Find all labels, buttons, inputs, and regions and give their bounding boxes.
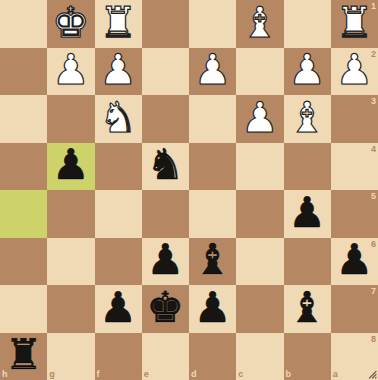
- square-d4[interactable]: [189, 143, 236, 191]
- square-g6[interactable]: [47, 238, 94, 286]
- square-g8[interactable]: g: [47, 333, 94, 380]
- black-rook[interactable]: ♜: [0, 332, 47, 380]
- square-c7[interactable]: [236, 285, 283, 333]
- black-bishop[interactable]: ♝: [284, 284, 331, 332]
- file-label-b: b: [286, 370, 292, 379]
- square-b4[interactable]: [284, 143, 331, 191]
- square-g4[interactable]: ♟: [47, 143, 94, 191]
- black-pawn[interactable]: ♟: [95, 284, 142, 332]
- square-c8[interactable]: c: [236, 333, 283, 380]
- square-c5[interactable]: [236, 190, 283, 238]
- square-e2[interactable]: [142, 48, 189, 96]
- square-d5[interactable]: [189, 190, 236, 238]
- square-a4[interactable]: 4: [331, 143, 378, 191]
- square-h4[interactable]: [0, 143, 47, 191]
- square-d8[interactable]: d: [189, 333, 236, 380]
- white-pawn[interactable]: ♟: [189, 47, 236, 95]
- file-label-g: g: [49, 370, 55, 379]
- square-a6[interactable]: ♟6: [331, 238, 378, 286]
- white-pawn[interactable]: ♟: [47, 47, 94, 95]
- rank-label-5: 5: [371, 192, 376, 201]
- square-e7[interactable]: ♚: [142, 285, 189, 333]
- black-pawn[interactable]: ♟: [142, 237, 189, 285]
- square-h5[interactable]: [0, 190, 47, 238]
- square-d3[interactable]: [189, 95, 236, 143]
- white-rook[interactable]: ♜: [95, 0, 142, 47]
- square-a7[interactable]: 7: [331, 285, 378, 333]
- square-g7[interactable]: [47, 285, 94, 333]
- square-d6[interactable]: ♝: [189, 238, 236, 286]
- square-a3[interactable]: 3: [331, 95, 378, 143]
- square-h1[interactable]: [0, 0, 47, 48]
- rank-label-7: 7: [371, 287, 376, 296]
- square-a5[interactable]: 5: [331, 190, 378, 238]
- black-knight[interactable]: ♞: [142, 142, 189, 190]
- square-h8[interactable]: ♜h: [0, 333, 47, 380]
- square-b2[interactable]: ♟: [284, 48, 331, 96]
- square-c4[interactable]: [236, 143, 283, 191]
- square-e8[interactable]: e: [142, 333, 189, 380]
- square-g5[interactable]: [47, 190, 94, 238]
- square-a1[interactable]: ♜1: [331, 0, 378, 48]
- square-d7[interactable]: ♟: [189, 285, 236, 333]
- square-g2[interactable]: ♟: [47, 48, 94, 96]
- square-e5[interactable]: [142, 190, 189, 238]
- black-pawn[interactable]: ♟: [47, 142, 94, 190]
- square-f4[interactable]: [95, 143, 142, 191]
- square-f5[interactable]: [95, 190, 142, 238]
- square-f7[interactable]: ♟: [95, 285, 142, 333]
- square-b6[interactable]: [284, 238, 331, 286]
- white-pawn[interactable]: ♟: [284, 47, 331, 95]
- file-label-d: d: [191, 370, 197, 379]
- square-e1[interactable]: [142, 0, 189, 48]
- square-b8[interactable]: b: [284, 333, 331, 380]
- white-king[interactable]: ♚: [47, 0, 94, 47]
- square-b7[interactable]: ♝: [284, 285, 331, 333]
- square-d2[interactable]: ♟: [189, 48, 236, 96]
- rank-label-3: 3: [371, 97, 376, 106]
- rank-label-8: 8: [371, 335, 376, 344]
- square-h2[interactable]: [0, 48, 47, 96]
- chess-board[interactable]: ♚♜♝♜1♟♟♟♟♟2♞♟♝3♟♞4♟5♟♝♟6♟♚♟♝7♜hgfedcb8a: [0, 0, 378, 380]
- square-d1[interactable]: [189, 0, 236, 48]
- square-f1[interactable]: ♜: [95, 0, 142, 48]
- file-label-c: c: [238, 370, 243, 379]
- file-label-e: e: [144, 370, 149, 379]
- square-g1[interactable]: ♚: [47, 0, 94, 48]
- square-h7[interactable]: [0, 285, 47, 333]
- black-pawn[interactable]: ♟: [189, 284, 236, 332]
- white-pawn[interactable]: ♟: [331, 47, 378, 95]
- black-bishop[interactable]: ♝: [189, 237, 236, 285]
- square-f2[interactable]: ♟: [95, 48, 142, 96]
- square-b1[interactable]: [284, 0, 331, 48]
- square-b5[interactable]: ♟: [284, 190, 331, 238]
- white-bishop[interactable]: ♝: [236, 0, 283, 47]
- square-e4[interactable]: ♞: [142, 143, 189, 191]
- square-g3[interactable]: [47, 95, 94, 143]
- white-knight[interactable]: ♞: [95, 94, 142, 142]
- square-h3[interactable]: [0, 95, 47, 143]
- black-king[interactable]: ♚: [142, 284, 189, 332]
- square-c2[interactable]: [236, 48, 283, 96]
- file-label-a: a: [333, 370, 338, 379]
- white-bishop[interactable]: ♝: [284, 94, 331, 142]
- square-a2[interactable]: ♟2: [331, 48, 378, 96]
- square-c3[interactable]: ♟: [236, 95, 283, 143]
- square-c1[interactable]: ♝: [236, 0, 283, 48]
- white-pawn[interactable]: ♟: [95, 47, 142, 95]
- square-e3[interactable]: [142, 95, 189, 143]
- square-e6[interactable]: ♟: [142, 238, 189, 286]
- black-pawn[interactable]: ♟: [331, 237, 378, 285]
- square-f8[interactable]: f: [95, 333, 142, 380]
- square-b3[interactable]: ♝: [284, 95, 331, 143]
- square-f3[interactable]: ♞: [95, 95, 142, 143]
- file-label-f: f: [97, 370, 100, 379]
- square-c6[interactable]: [236, 238, 283, 286]
- square-h6[interactable]: [0, 238, 47, 286]
- board-resize-handle-icon[interactable]: [367, 369, 377, 379]
- black-pawn[interactable]: ♟: [284, 189, 331, 237]
- white-rook[interactable]: ♜: [331, 0, 378, 47]
- white-pawn[interactable]: ♟: [236, 94, 283, 142]
- rank-label-4: 4: [371, 145, 376, 154]
- square-f6[interactable]: [95, 238, 142, 286]
